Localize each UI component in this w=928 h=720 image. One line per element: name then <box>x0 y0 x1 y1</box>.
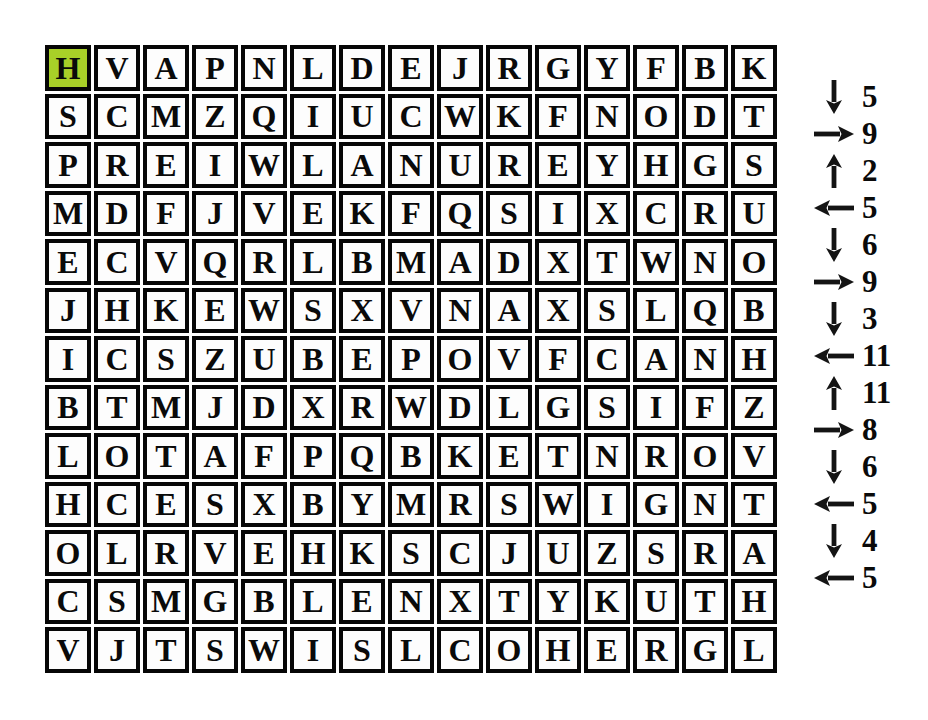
start-cell[interactable]: H <box>45 45 91 91</box>
grid-cell[interactable]: X <box>535 239 581 285</box>
clue-row: 9 <box>805 263 891 300</box>
grid-cell[interactable]: H <box>94 288 140 334</box>
grid-cell[interactable]: S <box>45 94 91 140</box>
clue-row: 2 <box>805 152 891 189</box>
grid-cell[interactable]: L <box>633 288 679 334</box>
grid-cell[interactable]: I <box>290 94 336 140</box>
grid-cell[interactable]: N <box>584 94 630 140</box>
grid-cell[interactable]: P <box>45 142 91 188</box>
clue-count: 5 <box>862 562 878 593</box>
grid-cell[interactable]: M <box>143 385 189 431</box>
grid-cell[interactable]: K <box>339 191 385 237</box>
grid-cell[interactable]: A <box>192 433 238 479</box>
grid-cell[interactable]: R <box>94 142 140 188</box>
grid-cell[interactable]: I <box>535 191 581 237</box>
grid-cell[interactable]: U <box>339 94 385 140</box>
grid-cell[interactable]: M <box>45 191 91 237</box>
clue-count: 6 <box>862 451 878 482</box>
grid-cell[interactable]: S <box>731 142 777 188</box>
grid-cell[interactable]: C <box>633 191 679 237</box>
clue-arrow-box <box>805 570 862 586</box>
grid-cell[interactable]: O <box>731 239 777 285</box>
grid-cell[interactable]: J <box>192 385 238 431</box>
grid-cell[interactable]: M <box>388 482 434 528</box>
grid-cell[interactable]: N <box>682 336 728 382</box>
grid-cell[interactable]: T <box>584 239 630 285</box>
grid-cell[interactable]: L <box>290 45 336 91</box>
grid-cell[interactable]: E <box>388 45 434 91</box>
grid-cell[interactable]: A <box>437 239 483 285</box>
grid-cell[interactable]: O <box>437 336 483 382</box>
grid-cell[interactable]: S <box>192 627 238 673</box>
clue-count: 8 <box>862 414 878 445</box>
grid-cell[interactable]: G <box>682 142 728 188</box>
clue-row: 6 <box>805 226 891 263</box>
clue-row: 11 <box>805 337 891 374</box>
grid-cell[interactable]: L <box>731 627 777 673</box>
grid-cell[interactable]: L <box>290 239 336 285</box>
grid-cell[interactable]: X <box>535 288 581 334</box>
grid-cell[interactable]: C <box>94 94 140 140</box>
clue-arrow-box <box>805 80 862 114</box>
grid-cell[interactable]: N <box>388 142 434 188</box>
grid-cell[interactable]: O <box>486 627 532 673</box>
grid-cell[interactable]: R <box>437 482 483 528</box>
grid-cell[interactable]: R <box>633 433 679 479</box>
grid-cell[interactable]: J <box>45 288 91 334</box>
grid-cell[interactable]: W <box>241 288 287 334</box>
grid-cell[interactable]: L <box>290 142 336 188</box>
grid-cell[interactable]: M <box>143 579 189 625</box>
grid-cell[interactable]: K <box>437 433 483 479</box>
grid-cell[interactable]: S <box>486 482 532 528</box>
clue-arrow-box <box>805 154 862 188</box>
grid-cell[interactable]: I <box>290 627 336 673</box>
grid-cell[interactable]: K <box>486 94 532 140</box>
grid-cell[interactable]: Y <box>535 579 581 625</box>
grid-cell[interactable]: V <box>94 45 140 91</box>
grid-cell[interactable]: S <box>486 191 532 237</box>
clue-arrow-box <box>805 376 862 410</box>
arrow-up-icon <box>826 376 842 410</box>
grid-cell[interactable]: D <box>339 45 385 91</box>
clue-count: 2 <box>862 155 878 186</box>
grid-cell[interactable]: H <box>731 336 777 382</box>
grid-cell[interactable]: H <box>45 482 91 528</box>
grid-cell[interactable]: S <box>143 336 189 382</box>
arrow-left-icon <box>814 348 854 364</box>
grid-cell[interactable]: K <box>584 579 630 625</box>
clue-arrow-box <box>805 126 862 142</box>
grid-cell[interactable]: P <box>192 45 238 91</box>
grid-cell[interactable]: T <box>731 94 777 140</box>
grid-cell[interactable]: T <box>535 433 581 479</box>
clue-row: 11 <box>805 374 891 411</box>
grid-cell[interactable]: U <box>731 191 777 237</box>
clue-row: 8 <box>805 411 891 448</box>
grid-cell[interactable]: J <box>192 191 238 237</box>
grid-cell[interactable]: B <box>45 385 91 431</box>
grid-cell[interactable]: Y <box>584 45 630 91</box>
grid-cell[interactable]: X <box>339 288 385 334</box>
arrow-left-icon <box>814 200 854 216</box>
clue-arrow-box <box>805 348 862 364</box>
grid-cell[interactable]: R <box>633 627 679 673</box>
grid-cell[interactable]: U <box>437 142 483 188</box>
grid-cell[interactable]: S <box>339 627 385 673</box>
grid-cell[interactable]: R <box>143 530 189 576</box>
grid-cell[interactable]: D <box>94 191 140 237</box>
grid-cell[interactable]: W <box>241 627 287 673</box>
grid-cell[interactable]: G <box>535 385 581 431</box>
grid-cell[interactable]: X <box>290 385 336 431</box>
grid-cell[interactable]: R <box>682 530 728 576</box>
grid-cell[interactable]: C <box>45 579 91 625</box>
grid-cell[interactable]: B <box>290 482 336 528</box>
grid-cell[interactable]: P <box>388 336 434 382</box>
grid-cell[interactable]: G <box>633 482 679 528</box>
grid-cell[interactable]: E <box>339 336 385 382</box>
clue-count: 9 <box>862 118 878 149</box>
arrow-left-icon <box>814 496 854 512</box>
grid-cell[interactable]: Q <box>682 288 728 334</box>
grid-cell[interactable]: D <box>241 385 287 431</box>
grid-cell[interactable]: D <box>437 385 483 431</box>
grid-cell[interactable]: V <box>143 239 189 285</box>
grid-cell[interactable]: B <box>682 45 728 91</box>
grid-cell[interactable]: Q <box>192 239 238 285</box>
clue-count: 5 <box>862 488 878 519</box>
grid-cell[interactable]: L <box>388 627 434 673</box>
clue-arrow-box <box>805 450 862 484</box>
grid-cell[interactable]: Z <box>584 530 630 576</box>
grid-cell[interactable]: H <box>290 530 336 576</box>
grid-cell[interactable]: L <box>45 433 91 479</box>
letter-grid: HVAPNLDEJRGYFBKSCMZQIUCWKFNODTPREIWLANUR… <box>45 45 777 673</box>
grid-cell[interactable]: Z <box>731 385 777 431</box>
grid-cell[interactable]: J <box>94 627 140 673</box>
grid-cell[interactable]: B <box>290 336 336 382</box>
grid-cell[interactable]: H <box>535 627 581 673</box>
grid-cell[interactable]: B <box>241 579 287 625</box>
grid-cell[interactable]: Q <box>339 433 385 479</box>
clue-row: 5 <box>805 559 891 596</box>
clue-count: 6 <box>862 229 878 260</box>
clue-count: 5 <box>862 192 878 223</box>
clue-row: 5 <box>805 78 891 115</box>
grid-cell[interactable]: I <box>45 336 91 382</box>
grid-cell[interactable]: W <box>535 482 581 528</box>
grid-cell[interactable]: Q <box>437 191 483 237</box>
clue-row: 3 <box>805 300 891 337</box>
grid-cell[interactable]: S <box>290 288 336 334</box>
clue-arrow-box <box>805 274 862 290</box>
grid-cell[interactable]: E <box>339 579 385 625</box>
grid-cell[interactable]: F <box>535 336 581 382</box>
grid-cell[interactable]: C <box>437 530 483 576</box>
grid-cell[interactable]: A <box>486 288 532 334</box>
grid-cell[interactable]: E <box>45 239 91 285</box>
grid-cell[interactable]: O <box>633 94 679 140</box>
grid-cell[interactable]: M <box>143 94 189 140</box>
grid-cell[interactable]: N <box>584 433 630 479</box>
grid-cell[interactable]: T <box>486 579 532 625</box>
grid-cell[interactable]: M <box>388 239 434 285</box>
grid-cell[interactable]: J <box>437 45 483 91</box>
grid-cell[interactable]: X <box>241 482 287 528</box>
grid-cell[interactable]: K <box>143 288 189 334</box>
clue-row: 4 <box>805 522 891 559</box>
grid-cell[interactable]: N <box>437 288 483 334</box>
grid-cell[interactable]: Q <box>241 94 287 140</box>
grid-cell[interactable]: E <box>143 142 189 188</box>
grid-cell[interactable]: A <box>143 45 189 91</box>
grid-cell[interactable]: C <box>94 482 140 528</box>
grid-cell[interactable]: I <box>192 142 238 188</box>
clue-row: 5 <box>805 485 891 522</box>
grid-cell[interactable]: V <box>731 433 777 479</box>
grid-cell[interactable]: G <box>535 45 581 91</box>
grid-cell[interactable]: A <box>633 336 679 382</box>
arrow-down-icon <box>826 524 842 558</box>
grid-cell[interactable]: K <box>339 530 385 576</box>
grid-cell[interactable]: S <box>584 288 630 334</box>
clue-count: 11 <box>862 340 891 371</box>
grid-cell[interactable]: N <box>241 45 287 91</box>
grid-cell[interactable]: Z <box>192 94 238 140</box>
direction-clue-list: 5925693111186545 <box>805 78 891 596</box>
grid-cell[interactable]: V <box>192 530 238 576</box>
grid-cell[interactable]: F <box>241 433 287 479</box>
grid-cell[interactable]: S <box>192 482 238 528</box>
arrow-right-icon <box>814 126 854 142</box>
clue-row: 9 <box>805 115 891 152</box>
grid-cell[interactable]: V <box>388 288 434 334</box>
grid-cell[interactable]: T <box>94 385 140 431</box>
grid-cell[interactable]: I <box>584 482 630 528</box>
grid-cell[interactable]: N <box>388 579 434 625</box>
grid-cell[interactable]: S <box>584 385 630 431</box>
grid-cell[interactable]: F <box>388 191 434 237</box>
grid-cell[interactable]: E <box>143 482 189 528</box>
grid-cell[interactable]: Z <box>192 336 238 382</box>
grid-cell[interactable]: X <box>437 579 483 625</box>
grid-cell[interactable]: U <box>241 336 287 382</box>
grid-cell[interactable]: W <box>437 94 483 140</box>
grid-cell[interactable]: T <box>731 482 777 528</box>
clue-row: 6 <box>805 448 891 485</box>
grid-cell[interactable]: Y <box>339 482 385 528</box>
grid-cell[interactable]: W <box>388 385 434 431</box>
grid-cell[interactable]: C <box>584 336 630 382</box>
grid-cell[interactable]: P <box>290 433 336 479</box>
grid-cell[interactable]: N <box>682 482 728 528</box>
grid-cell[interactable]: B <box>339 239 385 285</box>
clue-count: 4 <box>862 525 878 556</box>
grid-cell[interactable]: G <box>682 627 728 673</box>
arrow-right-icon <box>814 274 854 290</box>
grid-cell[interactable]: G <box>192 579 238 625</box>
grid-cell[interactable]: X <box>584 191 630 237</box>
grid-cell[interactable]: D <box>486 239 532 285</box>
clue-count: 11 <box>862 377 891 408</box>
grid-cell[interactable]: J <box>486 530 532 576</box>
grid-cell[interactable]: O <box>45 530 91 576</box>
arrow-down-icon <box>826 228 842 262</box>
arrow-down-icon <box>826 302 842 336</box>
grid-cell[interactable]: E <box>584 627 630 673</box>
grid-cell[interactable]: T <box>682 579 728 625</box>
clue-arrow-box <box>805 422 862 438</box>
grid-cell[interactable]: B <box>388 433 434 479</box>
grid-cell[interactable]: R <box>241 239 287 285</box>
grid-cell[interactable]: A <box>339 142 385 188</box>
grid-cell[interactable]: R <box>486 45 532 91</box>
grid-cell[interactable]: R <box>339 385 385 431</box>
clue-arrow-box <box>805 524 862 558</box>
grid-cell[interactable]: E <box>535 142 581 188</box>
grid-cell[interactable]: T <box>143 433 189 479</box>
grid-cell[interactable]: W <box>633 239 679 285</box>
clue-arrow-box <box>805 302 862 336</box>
grid-cell[interactable]: S <box>94 579 140 625</box>
grid-cell[interactable]: R <box>682 191 728 237</box>
grid-cell[interactable]: F <box>682 385 728 431</box>
grid-cell[interactable]: V <box>241 191 287 237</box>
grid-cell[interactable]: H <box>633 142 679 188</box>
grid-cell[interactable]: B <box>731 288 777 334</box>
arrow-down-icon <box>826 450 842 484</box>
grid-cell[interactable]: F <box>633 45 679 91</box>
clue-arrow-box <box>805 228 862 262</box>
grid-cell[interactable]: O <box>682 433 728 479</box>
clue-arrow-box <box>805 496 862 512</box>
grid-cell[interactable]: I <box>633 385 679 431</box>
arrow-left-icon <box>814 570 854 586</box>
grid-cell[interactable]: D <box>682 94 728 140</box>
grid-cell[interactable]: V <box>45 627 91 673</box>
grid-cell[interactable]: S <box>388 530 434 576</box>
grid-cell[interactable]: C <box>388 94 434 140</box>
grid-cell[interactable]: C <box>94 336 140 382</box>
grid-cell[interactable]: E <box>486 433 532 479</box>
arrow-up-icon <box>826 154 842 188</box>
grid-cell[interactable]: U <box>633 579 679 625</box>
clue-count: 5 <box>862 81 878 112</box>
grid-cell[interactable]: V <box>486 336 532 382</box>
grid-cell[interactable]: T <box>143 627 189 673</box>
grid-cell[interactable]: E <box>290 191 336 237</box>
grid-cell[interactable]: F <box>143 191 189 237</box>
grid-cell[interactable]: C <box>437 627 483 673</box>
grid-cell[interactable]: S <box>633 530 679 576</box>
grid-cell[interactable]: U <box>535 530 581 576</box>
grid-cell[interactable]: O <box>94 433 140 479</box>
arrow-right-icon <box>814 422 854 438</box>
grid-cell[interactable]: H <box>731 579 777 625</box>
grid-cell[interactable]: F <box>535 94 581 140</box>
grid-cell[interactable]: E <box>241 530 287 576</box>
grid-cell[interactable]: N <box>682 239 728 285</box>
grid-cell[interactable]: W <box>241 142 287 188</box>
grid-cell[interactable]: L <box>486 385 532 431</box>
clue-row: 5 <box>805 189 891 226</box>
grid-cell[interactable]: E <box>192 288 238 334</box>
clue-arrow-box <box>805 200 862 216</box>
grid-cell[interactable]: R <box>486 142 532 188</box>
clue-count: 9 <box>862 266 878 297</box>
grid-cell[interactable]: A <box>731 530 777 576</box>
clue-count: 3 <box>862 303 878 334</box>
grid-cell[interactable]: L <box>290 579 336 625</box>
grid-cell[interactable]: Y <box>584 142 630 188</box>
grid-cell[interactable]: C <box>94 239 140 285</box>
arrow-down-icon <box>826 80 842 114</box>
grid-cell[interactable]: K <box>731 45 777 91</box>
grid-cell[interactable]: L <box>94 530 140 576</box>
